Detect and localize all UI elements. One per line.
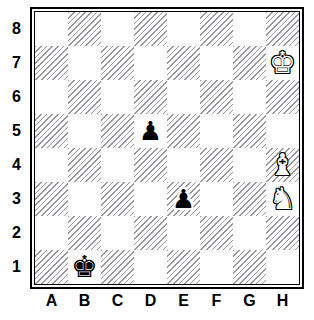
- square-a2[interactable]: [35, 216, 68, 250]
- square-f1[interactable]: [200, 250, 233, 284]
- square-f2[interactable]: [200, 216, 233, 250]
- square-g8[interactable]: [233, 12, 266, 46]
- square-g3[interactable]: [233, 182, 266, 216]
- square-b8[interactable]: [68, 12, 101, 46]
- square-f5[interactable]: [200, 114, 233, 148]
- rank-label-3: 3: [3, 182, 30, 216]
- square-d6[interactable]: [134, 80, 167, 114]
- chess-board-border: ♚♟♝♟♞♚: [30, 7, 304, 289]
- square-a7[interactable]: [35, 46, 68, 80]
- square-c3[interactable]: [101, 182, 134, 216]
- square-e6[interactable]: [167, 80, 200, 114]
- file-labels: ABCDEFGH: [35, 292, 304, 310]
- square-a3[interactable]: [35, 182, 68, 216]
- piece-black-king[interactable]: ♚: [71, 252, 98, 282]
- square-d7[interactable]: [134, 46, 167, 80]
- file-label-b: B: [68, 292, 101, 310]
- square-c7[interactable]: [101, 46, 134, 80]
- square-e7[interactable]: [167, 46, 200, 80]
- square-d4[interactable]: [134, 148, 167, 182]
- rank-label-7: 7: [3, 46, 30, 80]
- rank-label-5: 5: [3, 114, 30, 148]
- rank-label-8: 8: [3, 12, 30, 46]
- file-label-f: F: [200, 292, 233, 310]
- square-b5[interactable]: [68, 114, 101, 148]
- rank-label-1: 1: [3, 250, 30, 284]
- square-g7[interactable]: [233, 46, 266, 80]
- file-label-d: D: [134, 292, 167, 310]
- square-c2[interactable]: [101, 216, 134, 250]
- file-label-g: G: [233, 292, 266, 310]
- square-a1[interactable]: [35, 250, 68, 284]
- piece-white-knight[interactable]: ♞: [269, 184, 296, 214]
- square-g1[interactable]: [233, 250, 266, 284]
- square-b7[interactable]: [68, 46, 101, 80]
- rank-label-4: 4: [3, 148, 30, 182]
- square-d3[interactable]: [134, 182, 167, 216]
- piece-black-pawn[interactable]: ♟: [139, 118, 162, 144]
- chess-board: ♚♟♝♟♞♚: [34, 11, 300, 285]
- square-a6[interactable]: [35, 80, 68, 114]
- piece-white-king[interactable]: ♚: [269, 48, 296, 78]
- square-h8[interactable]: [266, 12, 299, 46]
- square-f6[interactable]: [200, 80, 233, 114]
- square-a4[interactable]: [35, 148, 68, 182]
- square-h3[interactable]: ♞: [266, 182, 299, 216]
- square-g5[interactable]: [233, 114, 266, 148]
- square-b6[interactable]: [68, 80, 101, 114]
- file-label-a: A: [35, 292, 68, 310]
- square-h7[interactable]: ♚: [266, 46, 299, 80]
- file-label-h: H: [266, 292, 299, 310]
- square-c5[interactable]: [101, 114, 134, 148]
- rank-labels: 87654321: [3, 7, 30, 289]
- square-g2[interactable]: [233, 216, 266, 250]
- square-e3[interactable]: ♟: [167, 182, 200, 216]
- square-e4[interactable]: [167, 148, 200, 182]
- rank-label-6: 6: [3, 80, 30, 114]
- square-h4[interactable]: ♝: [266, 148, 299, 182]
- piece-white-bishop[interactable]: ♝: [269, 150, 296, 180]
- chess-diagram: 87654321 ♚♟♝♟♞♚ ABCDEFGH: [3, 7, 304, 310]
- square-d1[interactable]: [134, 250, 167, 284]
- square-b3[interactable]: [68, 182, 101, 216]
- file-label-e: E: [167, 292, 200, 310]
- square-e2[interactable]: [167, 216, 200, 250]
- square-a8[interactable]: [35, 12, 68, 46]
- square-d8[interactable]: [134, 12, 167, 46]
- square-h6[interactable]: [266, 80, 299, 114]
- square-b1[interactable]: ♚: [68, 250, 101, 284]
- square-c8[interactable]: [101, 12, 134, 46]
- piece-black-pawn[interactable]: ♟: [172, 186, 195, 212]
- square-h2[interactable]: [266, 216, 299, 250]
- file-label-c: C: [101, 292, 134, 310]
- square-f3[interactable]: [200, 182, 233, 216]
- square-h1[interactable]: [266, 250, 299, 284]
- square-g6[interactable]: [233, 80, 266, 114]
- square-e5[interactable]: [167, 114, 200, 148]
- square-d2[interactable]: [134, 216, 167, 250]
- square-g4[interactable]: [233, 148, 266, 182]
- square-c6[interactable]: [101, 80, 134, 114]
- square-h5[interactable]: [266, 114, 299, 148]
- square-e8[interactable]: [167, 12, 200, 46]
- square-b2[interactable]: [68, 216, 101, 250]
- square-f8[interactable]: [200, 12, 233, 46]
- square-c4[interactable]: [101, 148, 134, 182]
- square-f7[interactable]: [200, 46, 233, 80]
- square-e1[interactable]: [167, 250, 200, 284]
- square-d5[interactable]: ♟: [134, 114, 167, 148]
- square-f4[interactable]: [200, 148, 233, 182]
- square-a5[interactable]: [35, 114, 68, 148]
- square-c1[interactable]: [101, 250, 134, 284]
- square-b4[interactable]: [68, 148, 101, 182]
- rank-label-2: 2: [3, 216, 30, 250]
